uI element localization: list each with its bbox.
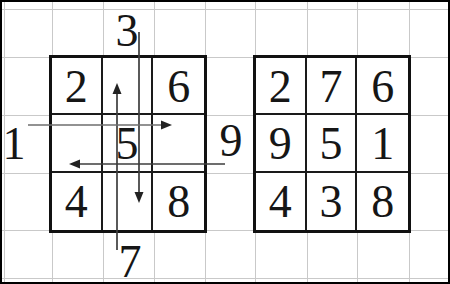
puzzle-cell-r0c1 bbox=[103, 58, 154, 115]
solution-cell-r1c1: 5 bbox=[307, 115, 358, 172]
puzzle-board: 2 6 5 4 8 bbox=[49, 55, 207, 233]
puzzle-cell-r2c2: 8 bbox=[153, 173, 204, 230]
clue-top-3: 3 bbox=[116, 8, 139, 54]
solution-cell-r1c2: 1 bbox=[357, 115, 408, 172]
puzzle-cell-r1c0 bbox=[52, 115, 103, 172]
solution-cell-r1c0: 9 bbox=[256, 115, 307, 172]
solution-cell-r0c1: 7 bbox=[307, 58, 358, 115]
magic-square-diagram: 2 6 5 4 8 2 7 6 9 5 1 4 3 8 3 1 9 7 bbox=[0, 0, 450, 284]
puzzle-cell-r0c0: 2 bbox=[52, 58, 103, 115]
solution-cell-r0c2: 6 bbox=[357, 58, 408, 115]
puzzle-cell-r2c0: 4 bbox=[52, 173, 103, 230]
clue-bottom-7: 7 bbox=[119, 239, 142, 284]
puzzle-cell-r1c2 bbox=[153, 115, 204, 172]
clue-left-1: 1 bbox=[3, 121, 26, 167]
puzzle-cell-r1c1: 5 bbox=[103, 115, 154, 172]
solution-cell-r0c0: 2 bbox=[256, 58, 307, 115]
solution-board: 2 7 6 9 5 1 4 3 8 bbox=[253, 55, 411, 233]
solution-cell-r2c2: 8 bbox=[357, 173, 408, 230]
puzzle-cell-r2c1 bbox=[103, 173, 154, 230]
solution-cell-r2c1: 3 bbox=[307, 173, 358, 230]
puzzle-cell-r0c2: 6 bbox=[153, 58, 204, 115]
solution-cell-r2c0: 4 bbox=[256, 173, 307, 230]
clue-right-9: 9 bbox=[220, 118, 243, 164]
